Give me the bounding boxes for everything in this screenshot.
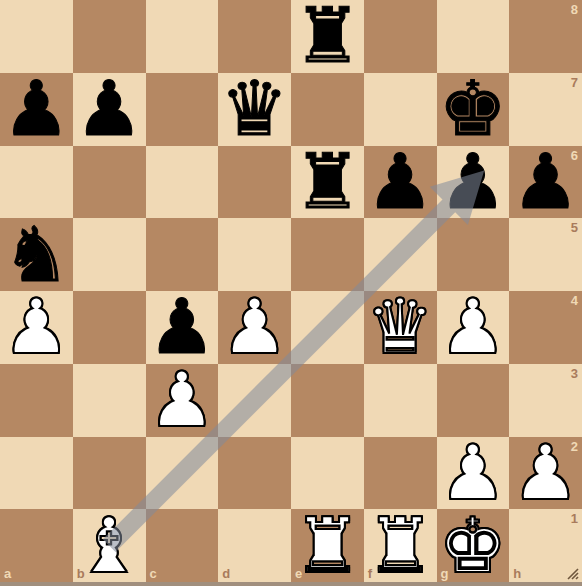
white-queen-f4[interactable]: ♛ [364,291,437,364]
square-a7[interactable]: ♟ [0,73,73,146]
square-d5[interactable] [218,218,291,291]
square-a4[interactable]: ♟ [0,291,73,364]
white-bishop-b1[interactable]: ♝ [73,509,146,582]
white-pawn-g4[interactable]: ♟ [437,291,510,364]
square-c6[interactable] [146,146,219,219]
white-pawn-a4[interactable]: ♟ [0,291,73,364]
square-d6[interactable] [218,146,291,219]
black-pawn-h6[interactable]: ♟ [509,146,582,219]
square-e3[interactable] [291,364,364,437]
black-rook-e6[interactable]: ♜ [291,146,364,219]
square-c4[interactable]: ♟ [146,291,219,364]
rank-label-8: 8 [571,2,578,17]
white-pawn-g2[interactable]: ♟ [437,437,510,510]
square-h5[interactable]: 5 [509,218,582,291]
square-b4[interactable] [73,291,146,364]
white-king-g1[interactable]: ♚ [437,509,510,582]
black-pawn-a7[interactable]: ♟ [0,73,73,146]
square-f5[interactable] [364,218,437,291]
black-pawn-g6[interactable]: ♟ [437,146,510,219]
square-a5[interactable]: ♞ [0,218,73,291]
square-f6[interactable]: ♟ [364,146,437,219]
square-g3[interactable] [437,364,510,437]
square-a8[interactable] [0,0,73,73]
square-e1[interactable]: ♜e [291,509,364,582]
square-b6[interactable] [73,146,146,219]
white-rook-f1[interactable]: ♜ [364,509,437,582]
square-d1[interactable]: d [218,509,291,582]
page-background-strip [0,582,582,586]
square-e6[interactable]: ♜ [291,146,364,219]
rank-label-1: 1 [571,511,578,526]
file-label-c: c [150,566,157,581]
black-knight-a5[interactable]: ♞ [0,218,73,291]
square-f7[interactable] [364,73,437,146]
square-f1[interactable]: ♜f [364,509,437,582]
square-d2[interactable] [218,437,291,510]
black-pawn-c4[interactable]: ♟ [146,291,219,364]
white-pawn-c3[interactable]: ♟ [146,364,219,437]
white-pawn-h2[interactable]: ♟ [509,437,582,510]
rank-label-3: 3 [571,366,578,381]
square-c2[interactable] [146,437,219,510]
square-e8[interactable]: ♜ [291,0,364,73]
square-b8[interactable] [73,0,146,73]
square-b2[interactable] [73,437,146,510]
square-d3[interactable] [218,364,291,437]
square-b3[interactable] [73,364,146,437]
black-queen-d7[interactable]: ♛ [218,73,291,146]
black-rook-e8[interactable]: ♜ [291,0,364,73]
black-pawn-b7[interactable]: ♟ [73,73,146,146]
chess-app: ♜8♟♟♛♚7♜♟♟♟6♞5♟♟♟♛♟4♟3♟♟2a♝bcd♜e♜f♚g1h [0,0,582,586]
square-e7[interactable] [291,73,364,146]
square-h6[interactable]: ♟6 [509,146,582,219]
square-a2[interactable] [0,437,73,510]
square-g4[interactable]: ♟ [437,291,510,364]
square-c5[interactable] [146,218,219,291]
square-a3[interactable] [0,364,73,437]
white-pawn-d4[interactable]: ♟ [218,291,291,364]
black-king-g7[interactable]: ♚ [437,73,510,146]
square-d4[interactable]: ♟ [218,291,291,364]
rank-label-4: 4 [571,293,578,308]
square-c3[interactable]: ♟ [146,364,219,437]
square-g8[interactable] [437,0,510,73]
file-label-d: d [222,566,230,581]
square-f3[interactable] [364,364,437,437]
square-a1[interactable]: a [0,509,73,582]
square-h2[interactable]: ♟2 [509,437,582,510]
square-f8[interactable] [364,0,437,73]
square-c7[interactable] [146,73,219,146]
rank-label-7: 7 [571,75,578,90]
rank-label-5: 5 [571,220,578,235]
square-b5[interactable] [73,218,146,291]
square-b7[interactable]: ♟ [73,73,146,146]
board-resize-handle-icon[interactable] [564,565,580,581]
square-e5[interactable] [291,218,364,291]
file-label-a: a [4,566,11,581]
square-f2[interactable] [364,437,437,510]
square-g7[interactable]: ♚ [437,73,510,146]
square-g6[interactable]: ♟ [437,146,510,219]
white-rook-e1[interactable]: ♜ [291,509,364,582]
square-e2[interactable] [291,437,364,510]
square-d8[interactable] [218,0,291,73]
square-f4[interactable]: ♛ [364,291,437,364]
square-h7[interactable]: 7 [509,73,582,146]
square-c8[interactable] [146,0,219,73]
square-d7[interactable]: ♛ [218,73,291,146]
square-h4[interactable]: 4 [509,291,582,364]
square-a6[interactable] [0,146,73,219]
square-g5[interactable] [437,218,510,291]
black-pawn-f6[interactable]: ♟ [364,146,437,219]
square-h3[interactable]: 3 [509,364,582,437]
square-e4[interactable] [291,291,364,364]
square-c1[interactable]: c [146,509,219,582]
square-g1[interactable]: ♚g [437,509,510,582]
square-h8[interactable]: 8 [509,0,582,73]
file-label-h: h [513,566,521,581]
square-b1[interactable]: ♝b [73,509,146,582]
square-g2[interactable]: ♟ [437,437,510,510]
chess-board: ♜8♟♟♛♚7♜♟♟♟6♞5♟♟♟♛♟4♟3♟♟2a♝bcd♜e♜f♚g1h [0,0,582,582]
